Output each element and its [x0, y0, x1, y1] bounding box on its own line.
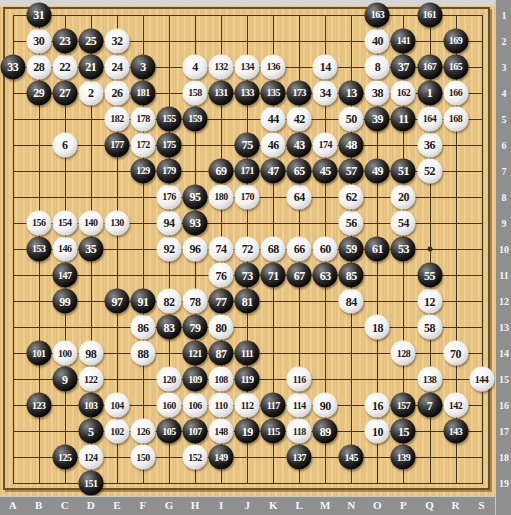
stone-move-137: 137	[287, 445, 312, 470]
stone-move-75: 75	[235, 132, 260, 157]
stone-move-65: 65	[287, 158, 312, 183]
stone-move-24: 24	[104, 54, 129, 79]
column-label-R: R	[452, 499, 460, 511]
stone-move-156: 156	[26, 210, 51, 235]
stone-move-22: 22	[52, 54, 77, 79]
stone-move-2: 2	[78, 80, 103, 105]
column-label-Q: Q	[425, 499, 434, 511]
stone-move-144: 144	[469, 367, 494, 392]
stone-move-166: 166	[443, 80, 468, 105]
stone-move-139: 139	[391, 445, 416, 470]
stone-move-131: 131	[209, 80, 234, 105]
stone-move-122: 122	[78, 367, 103, 392]
row-label-3: 3	[502, 61, 507, 72]
stone-move-151: 151	[78, 471, 103, 496]
stone-move-124: 124	[78, 445, 103, 470]
stone-move-39: 39	[365, 106, 390, 131]
stone-move-172: 172	[130, 132, 155, 157]
stone-move-30: 30	[26, 28, 51, 53]
stone-move-147: 147	[52, 263, 77, 288]
column-label-J: J	[244, 499, 250, 511]
stone-move-129: 129	[130, 158, 155, 183]
stone-move-68: 68	[261, 236, 286, 261]
stone-move-37: 37	[391, 54, 416, 79]
stone-move-71: 71	[261, 263, 286, 288]
stone-move-58: 58	[417, 315, 442, 340]
stone-move-169: 169	[443, 28, 468, 53]
stone-move-3: 3	[130, 54, 155, 79]
column-label-C: C	[61, 499, 69, 511]
stone-move-136: 136	[261, 54, 286, 79]
stone-move-46: 46	[261, 132, 286, 157]
stone-move-5: 5	[78, 419, 103, 444]
stone-move-23: 23	[52, 28, 77, 53]
stone-move-157: 157	[391, 393, 416, 418]
stone-move-138: 138	[417, 367, 442, 392]
column-label-A: A	[9, 499, 17, 511]
stone-move-38: 38	[365, 80, 390, 105]
stone-move-94: 94	[157, 210, 182, 235]
row-label-4: 4	[502, 87, 507, 98]
stone-move-109: 109	[183, 367, 208, 392]
column-coordinate-strip: ABCDEFGHIJKLMNOPQRS	[0, 496, 511, 515]
stone-move-105: 105	[157, 419, 182, 444]
stone-move-106: 106	[183, 393, 208, 418]
stone-move-87: 87	[209, 341, 234, 366]
stone-move-150: 150	[130, 445, 155, 470]
stone-move-27: 27	[52, 80, 77, 105]
stone-move-80: 80	[209, 315, 234, 340]
stone-move-11: 11	[391, 106, 416, 131]
stone-move-158: 158	[183, 80, 208, 105]
row-label-12: 12	[499, 296, 509, 307]
stone-move-62: 62	[339, 184, 364, 209]
stone-move-163: 163	[365, 2, 390, 27]
row-label-15: 15	[499, 374, 509, 385]
stone-move-64: 64	[287, 184, 312, 209]
stone-move-112: 112	[235, 393, 260, 418]
stone-move-8: 8	[365, 54, 390, 79]
stone-move-43: 43	[287, 132, 312, 157]
stone-move-29: 29	[26, 80, 51, 105]
stone-move-32: 32	[104, 28, 129, 53]
row-label-18: 18	[499, 452, 509, 463]
stone-move-16: 16	[365, 393, 390, 418]
stone-move-47: 47	[261, 158, 286, 183]
stone-move-141: 141	[391, 28, 416, 53]
column-label-I: I	[219, 499, 223, 511]
stone-move-49: 49	[365, 158, 390, 183]
stone-move-104: 104	[104, 393, 129, 418]
stone-move-135: 135	[261, 80, 286, 105]
row-label-11: 11	[499, 270, 508, 281]
stone-move-34: 34	[313, 80, 338, 105]
stone-move-35: 35	[78, 236, 103, 261]
column-label-M: M	[320, 499, 330, 511]
stone-move-133: 133	[235, 80, 260, 105]
stone-move-179: 179	[157, 158, 182, 183]
stone-move-103: 103	[78, 393, 103, 418]
grid-line-horizontal	[13, 327, 483, 328]
stone-move-9: 9	[52, 367, 77, 392]
stone-move-177: 177	[104, 132, 129, 157]
stone-move-59: 59	[339, 236, 364, 261]
go-game-record-screenshot: 1234567891011121314151618192021222324252…	[0, 0, 511, 515]
row-label-17: 17	[499, 426, 509, 437]
stone-move-117: 117	[261, 393, 286, 418]
stone-move-7: 7	[417, 393, 442, 418]
stone-move-175: 175	[157, 132, 182, 157]
stone-move-173: 173	[287, 80, 312, 105]
stone-move-50: 50	[339, 106, 364, 131]
stone-move-152: 152	[183, 445, 208, 470]
stone-move-178: 178	[130, 106, 155, 131]
stone-move-18: 18	[365, 315, 390, 340]
stone-move-82: 82	[157, 289, 182, 314]
stone-move-56: 56	[339, 210, 364, 235]
stone-move-28: 28	[26, 54, 51, 79]
stone-move-116: 116	[287, 367, 312, 392]
stone-move-90: 90	[313, 393, 338, 418]
stone-move-170: 170	[235, 184, 260, 209]
stone-move-79: 79	[183, 315, 208, 340]
stone-move-66: 66	[287, 236, 312, 261]
column-label-H: H	[191, 499, 200, 511]
stone-move-149: 149	[209, 445, 234, 470]
stone-move-182: 182	[104, 106, 129, 131]
stone-move-48: 48	[339, 132, 364, 157]
row-label-9: 9	[502, 217, 507, 228]
stone-move-145: 145	[339, 445, 364, 470]
stone-move-81: 81	[235, 289, 260, 314]
stone-move-99: 99	[52, 289, 77, 314]
stone-move-61: 61	[365, 236, 390, 261]
stone-move-78: 78	[183, 289, 208, 314]
column-label-G: G	[165, 499, 174, 511]
stone-move-167: 167	[417, 54, 442, 79]
stone-move-45: 45	[313, 158, 338, 183]
stone-move-108: 108	[209, 367, 234, 392]
stone-move-86: 86	[130, 315, 155, 340]
stone-move-85: 85	[339, 263, 364, 288]
stone-move-63: 63	[313, 263, 338, 288]
stone-move-126: 126	[130, 419, 155, 444]
stone-move-181: 181	[130, 80, 155, 105]
stone-move-44: 44	[261, 106, 286, 131]
stone-move-174: 174	[313, 132, 338, 157]
stone-move-148: 148	[209, 419, 234, 444]
column-label-N: N	[347, 499, 355, 511]
stone-move-69: 69	[209, 158, 234, 183]
stone-move-57: 57	[339, 158, 364, 183]
star-point	[427, 246, 432, 251]
stone-move-76: 76	[209, 263, 234, 288]
stone-move-134: 134	[235, 54, 260, 79]
stone-move-4: 4	[183, 54, 208, 79]
row-label-19: 19	[499, 478, 509, 489]
stone-move-128: 128	[391, 341, 416, 366]
stone-move-160: 160	[157, 393, 182, 418]
stone-move-88: 88	[130, 341, 155, 366]
stone-move-118: 118	[287, 419, 312, 444]
row-label-10: 10	[499, 243, 509, 254]
stone-move-107: 107	[183, 419, 208, 444]
stone-move-25: 25	[78, 28, 103, 53]
column-label-F: F	[140, 499, 147, 511]
stone-move-154: 154	[52, 210, 77, 235]
stone-move-60: 60	[313, 236, 338, 261]
stone-move-180: 180	[209, 184, 234, 209]
stone-move-83: 83	[157, 315, 182, 340]
stone-move-89: 89	[313, 419, 338, 444]
stone-move-6: 6	[52, 132, 77, 157]
stone-move-115: 115	[261, 419, 286, 444]
stone-move-102: 102	[104, 419, 129, 444]
stone-move-146: 146	[52, 236, 77, 261]
stone-move-12: 12	[417, 289, 442, 314]
row-label-14: 14	[499, 348, 509, 359]
stone-move-97: 97	[104, 289, 129, 314]
stone-move-98: 98	[78, 341, 103, 366]
row-label-6: 6	[502, 139, 507, 150]
stone-move-153: 153	[26, 236, 51, 261]
stone-move-26: 26	[104, 80, 129, 105]
column-label-B: B	[35, 499, 42, 511]
row-coordinate-strip: 12345678910111213141516171819	[495, 0, 511, 515]
stone-move-40: 40	[365, 28, 390, 53]
stone-move-55: 55	[417, 263, 442, 288]
stone-move-84: 84	[339, 289, 364, 314]
stone-move-73: 73	[235, 263, 260, 288]
stone-move-72: 72	[235, 236, 260, 261]
stone-move-130: 130	[104, 210, 129, 235]
stone-move-171: 171	[235, 158, 260, 183]
stone-move-165: 165	[443, 54, 468, 79]
stone-move-161: 161	[417, 2, 442, 27]
row-label-13: 13	[499, 322, 509, 333]
stone-move-100: 100	[52, 341, 77, 366]
stone-move-67: 67	[287, 263, 312, 288]
stone-move-110: 110	[209, 393, 234, 418]
stone-move-123: 123	[26, 393, 51, 418]
column-label-E: E	[113, 499, 120, 511]
stone-move-52: 52	[417, 158, 442, 183]
stone-move-14: 14	[313, 54, 338, 79]
stone-move-121: 121	[183, 341, 208, 366]
stone-move-132: 132	[209, 54, 234, 79]
row-label-5: 5	[502, 113, 507, 124]
row-label-16: 16	[499, 400, 509, 411]
stone-move-111: 111	[235, 341, 260, 366]
stone-move-51: 51	[391, 158, 416, 183]
stone-move-120: 120	[157, 367, 182, 392]
column-label-S: S	[479, 499, 485, 511]
column-label-O: O	[373, 499, 382, 511]
stone-move-155: 155	[157, 106, 182, 131]
stone-move-20: 20	[391, 184, 416, 209]
stone-move-77: 77	[209, 289, 234, 314]
row-label-2: 2	[502, 35, 507, 46]
grid-line-vertical	[482, 15, 483, 485]
stone-move-168: 168	[443, 106, 468, 131]
stone-move-54: 54	[391, 210, 416, 235]
column-label-L: L	[296, 499, 303, 511]
stone-move-140: 140	[78, 210, 103, 235]
stone-move-162: 162	[391, 80, 416, 105]
stone-move-1: 1	[417, 80, 442, 105]
stone-move-125: 125	[52, 445, 77, 470]
stone-move-70: 70	[443, 341, 468, 366]
stone-move-96: 96	[183, 236, 208, 261]
stone-move-10: 10	[365, 419, 390, 444]
stone-move-142: 142	[443, 393, 468, 418]
stone-move-119: 119	[235, 367, 260, 392]
row-label-7: 7	[502, 165, 507, 176]
stone-move-114: 114	[287, 393, 312, 418]
stone-move-31: 31	[26, 2, 51, 27]
stone-move-143: 143	[443, 419, 468, 444]
stone-move-92: 92	[157, 236, 182, 261]
row-label-1: 1	[502, 9, 507, 20]
stone-move-91: 91	[130, 289, 155, 314]
column-label-K: K	[269, 499, 278, 511]
stone-move-36: 36	[417, 132, 442, 157]
column-label-D: D	[87, 499, 95, 511]
stone-move-15: 15	[391, 419, 416, 444]
stone-move-176: 176	[157, 184, 182, 209]
stone-move-93: 93	[183, 210, 208, 235]
stone-move-42: 42	[287, 106, 312, 131]
stone-move-33: 33	[0, 54, 25, 79]
stone-move-159: 159	[183, 106, 208, 131]
stone-move-19: 19	[235, 419, 260, 444]
stone-move-13: 13	[339, 80, 364, 105]
stone-move-53: 53	[391, 236, 416, 261]
stone-move-164: 164	[417, 106, 442, 131]
row-label-8: 8	[502, 191, 507, 202]
stone-move-95: 95	[183, 184, 208, 209]
column-label-P: P	[400, 499, 407, 511]
stone-move-74: 74	[209, 236, 234, 261]
stone-move-21: 21	[78, 54, 103, 79]
stone-move-101: 101	[26, 341, 51, 366]
